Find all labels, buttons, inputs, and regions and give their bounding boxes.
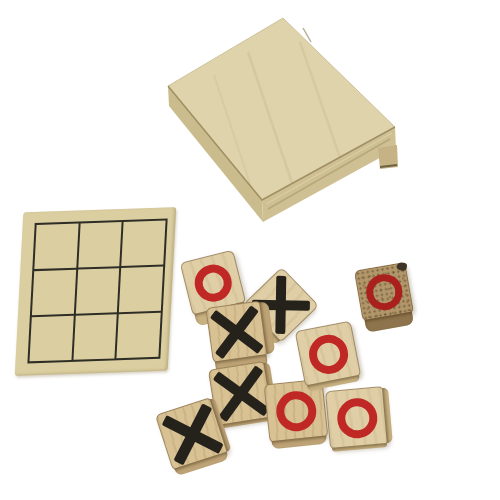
board-grid bbox=[27, 218, 167, 363]
board-cell-r1c3[interactable] bbox=[122, 221, 166, 267]
cube-x-3[interactable] bbox=[205, 300, 268, 363]
board-cell-r2c1[interactable] bbox=[32, 270, 76, 316]
board-cell-r1c2[interactable] bbox=[78, 222, 122, 268]
tic-tac-toe-board[interactable] bbox=[15, 207, 176, 376]
product-photo-scene bbox=[0, 0, 500, 500]
board-cell-r1c1[interactable] bbox=[34, 224, 78, 270]
board-cell-r3c1[interactable] bbox=[29, 316, 73, 362]
board-cell-r3c3[interactable] bbox=[117, 313, 161, 359]
o-piece-mark bbox=[355, 263, 413, 321]
cube-o-4[interactable] bbox=[354, 262, 414, 322]
board-cell-r2c2[interactable] bbox=[76, 268, 120, 314]
board-cell-r2c3[interactable] bbox=[119, 267, 163, 313]
o-piece-mark bbox=[296, 322, 360, 386]
cube-o-6[interactable] bbox=[295, 321, 362, 388]
board-cell-r3c2[interactable] bbox=[73, 314, 117, 360]
box-lid-top bbox=[168, 18, 395, 200]
o-piece-mark bbox=[326, 387, 388, 449]
x-piece-mark bbox=[207, 302, 268, 363]
cube-o-8[interactable] bbox=[325, 386, 389, 450]
